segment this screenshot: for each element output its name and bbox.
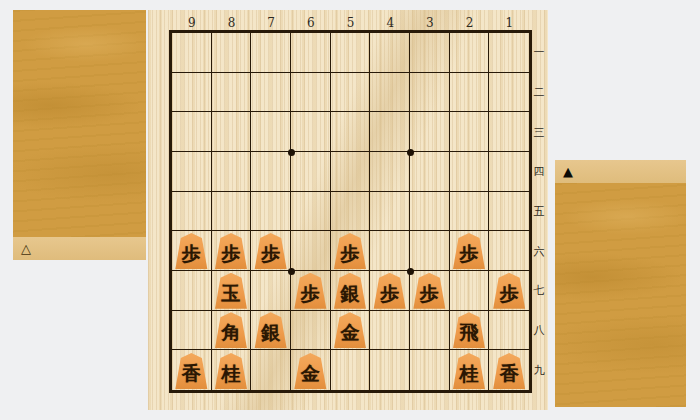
board-cell[interactable]: 歩 xyxy=(410,271,450,311)
board-cell[interactable] xyxy=(212,192,252,232)
gote-piece-stand[interactable]: △ xyxy=(13,10,146,260)
board-cell[interactable] xyxy=(489,112,529,152)
star-point xyxy=(288,149,295,156)
board-cell[interactable] xyxy=(410,73,450,113)
board-cell[interactable]: 銀 xyxy=(251,311,291,351)
board-cell[interactable] xyxy=(410,311,450,351)
board-cell[interactable]: 歩 xyxy=(212,231,252,271)
board-cell[interactable] xyxy=(251,33,291,73)
board-cell[interactable] xyxy=(410,112,450,152)
board-cell[interactable] xyxy=(172,33,212,73)
file-label: 7 xyxy=(251,15,291,31)
file-label: 1 xyxy=(489,15,529,31)
file-label: 4 xyxy=(370,15,410,31)
board-cell[interactable]: 歩 xyxy=(251,231,291,271)
board-cell[interactable] xyxy=(291,231,331,271)
board-cell[interactable] xyxy=(410,33,450,73)
board-cell[interactable] xyxy=(331,152,371,192)
board-cell[interactable] xyxy=(331,112,371,152)
board-cell[interactable] xyxy=(212,112,252,152)
board-cell[interactable] xyxy=(370,311,410,351)
board-cell[interactable]: 歩 xyxy=(489,271,529,311)
board-cell[interactable]: 歩 xyxy=(291,271,331,311)
board-cell[interactable] xyxy=(251,112,291,152)
board-cell[interactable] xyxy=(172,192,212,232)
shogi-piece-knight[interactable]: 桂 xyxy=(452,353,486,389)
shogi-piece-gold[interactable]: 金 xyxy=(333,312,367,348)
sente-piece-stand[interactable]: ▲ xyxy=(555,160,686,407)
shogi-piece-silver[interactable]: 銀 xyxy=(333,273,367,309)
board-cell[interactable] xyxy=(331,350,371,390)
board-cell[interactable] xyxy=(291,192,331,232)
board-cell[interactable] xyxy=(251,350,291,390)
shogi-piece-pawn[interactable]: 歩 xyxy=(293,273,327,309)
gote-stand-wood xyxy=(13,10,146,237)
shogi-piece-knight[interactable]: 桂 xyxy=(214,353,248,389)
file-label: 6 xyxy=(291,15,331,31)
gote-stand-label-band: △ xyxy=(13,237,146,260)
board-cell[interactable]: 歩 xyxy=(450,231,490,271)
board-cell[interactable] xyxy=(370,152,410,192)
board-cell[interactable] xyxy=(370,33,410,73)
shogi-piece-lance[interactable]: 香 xyxy=(492,353,526,389)
board-cell[interactable]: 金 xyxy=(331,311,371,351)
shogi-piece-pawn[interactable]: 歩 xyxy=(214,233,248,269)
file-labels: 987654321 xyxy=(172,15,529,31)
board-cell[interactable] xyxy=(212,73,252,113)
shogi-piece-king[interactable]: 玉 xyxy=(214,273,248,309)
board-cell[interactable]: 角 xyxy=(212,311,252,351)
board-cell[interactable] xyxy=(489,152,529,192)
file-label: 2 xyxy=(450,15,490,31)
board-cell[interactable] xyxy=(370,350,410,390)
board-cell[interactable] xyxy=(450,271,490,311)
board-cell[interactable] xyxy=(291,33,331,73)
gote-marker-icon: △ xyxy=(21,242,31,255)
file-label: 9 xyxy=(172,15,212,31)
sente-marker-icon: ▲ xyxy=(563,165,573,178)
rank-label: 八 xyxy=(531,311,547,351)
shogi-piece-pawn[interactable]: 歩 xyxy=(492,273,526,309)
board-cell[interactable]: 金 xyxy=(291,350,331,390)
board-cell[interactable] xyxy=(370,112,410,152)
board-cell[interactable] xyxy=(251,73,291,113)
board-cell[interactable] xyxy=(370,231,410,271)
shogi-piece-silver[interactable]: 銀 xyxy=(254,312,288,348)
board-cell[interactable] xyxy=(489,192,529,232)
rank-label: 四 xyxy=(531,152,547,192)
board-cell[interactable] xyxy=(172,311,212,351)
board-cell[interactable] xyxy=(410,192,450,232)
shogi-piece-pawn[interactable]: 歩 xyxy=(254,233,288,269)
board-cell[interactable] xyxy=(172,271,212,311)
board-cell[interactable]: 歩 xyxy=(172,231,212,271)
rank-label: 九 xyxy=(531,350,547,390)
file-label: 8 xyxy=(212,15,252,31)
board-cell[interactable] xyxy=(291,73,331,113)
sente-stand-wood xyxy=(555,183,686,407)
rank-label: 一 xyxy=(531,33,547,73)
board-cell[interactable]: 歩 xyxy=(370,271,410,311)
rank-label: 二 xyxy=(531,73,547,113)
board-cell[interactable] xyxy=(450,152,490,192)
star-point xyxy=(407,149,414,156)
shogi-piece-pawn[interactable]: 歩 xyxy=(452,233,486,269)
board-cell[interactable] xyxy=(291,152,331,192)
board-cell[interactable] xyxy=(331,33,371,73)
board-cell[interactable] xyxy=(331,73,371,113)
board-cell[interactable]: 銀 xyxy=(331,271,371,311)
shogi-piece-pawn[interactable]: 歩 xyxy=(174,233,208,269)
board-cell[interactable] xyxy=(370,73,410,113)
board-cell[interactable]: 歩 xyxy=(331,231,371,271)
rank-label: 五 xyxy=(531,192,547,232)
board-cell[interactable]: 香 xyxy=(489,350,529,390)
shogi-diagram: △ 987654321 一二三四五六七八九 歩歩歩歩歩玉歩銀歩歩歩角銀金飛香桂金… xyxy=(0,0,700,420)
board-cell[interactable] xyxy=(450,33,490,73)
sente-stand-label-band: ▲ xyxy=(555,160,686,183)
board-cell[interactable]: 玉 xyxy=(212,271,252,311)
board-cell[interactable] xyxy=(251,152,291,192)
board-cell[interactable] xyxy=(291,112,331,152)
rank-label: 六 xyxy=(531,231,547,271)
rank-label: 七 xyxy=(531,271,547,311)
star-point xyxy=(407,268,414,275)
shogi-piece-lance[interactable]: 香 xyxy=(174,353,208,389)
board-cell[interactable] xyxy=(410,152,450,192)
file-label: 3 xyxy=(410,15,450,31)
rank-labels: 一二三四五六七八九 xyxy=(531,33,547,390)
board-cell[interactable] xyxy=(489,231,529,271)
board-cell[interactable] xyxy=(489,33,529,73)
shogi-piece-pawn[interactable]: 歩 xyxy=(333,233,367,269)
board-cell[interactable]: 桂 xyxy=(450,350,490,390)
board-cell[interactable] xyxy=(172,152,212,192)
board-cell[interactable] xyxy=(291,311,331,351)
shogi-piece-rook[interactable]: 飛 xyxy=(452,312,486,348)
board-cell[interactable] xyxy=(172,112,212,152)
shogi-piece-gold[interactable]: 金 xyxy=(293,353,327,389)
board-cell[interactable] xyxy=(212,33,252,73)
file-label: 5 xyxy=(331,15,371,31)
board-cell[interactable] xyxy=(172,73,212,113)
board-cell[interactable] xyxy=(410,350,450,390)
board-cell[interactable] xyxy=(450,192,490,232)
board-cell[interactable] xyxy=(489,73,529,113)
board-cell[interactable]: 飛 xyxy=(450,311,490,351)
board-cell[interactable] xyxy=(410,231,450,271)
board-cell[interactable] xyxy=(212,152,252,192)
rank-label: 三 xyxy=(531,112,547,152)
board-cell[interactable] xyxy=(251,271,291,311)
board-cell[interactable] xyxy=(489,311,529,351)
board-cell[interactable]: 桂 xyxy=(212,350,252,390)
shogi-piece-pawn[interactable]: 歩 xyxy=(373,273,407,309)
shogi-board: 987654321 一二三四五六七八九 歩歩歩歩歩玉歩銀歩歩歩角銀金飛香桂金桂香 xyxy=(148,10,548,410)
board-cell[interactable] xyxy=(331,192,371,232)
shogi-board-grid[interactable]: 歩歩歩歩歩玉歩銀歩歩歩角銀金飛香桂金桂香 xyxy=(169,30,532,393)
board-cell[interactable] xyxy=(251,192,291,232)
board-cell[interactable] xyxy=(370,192,410,232)
shogi-piece-pawn[interactable]: 歩 xyxy=(412,273,446,309)
shogi-piece-bishop[interactable]: 角 xyxy=(214,312,248,348)
star-point xyxy=(288,268,295,275)
board-cell[interactable] xyxy=(450,112,490,152)
board-cell[interactable]: 香 xyxy=(172,350,212,390)
board-cell[interactable] xyxy=(450,73,490,113)
